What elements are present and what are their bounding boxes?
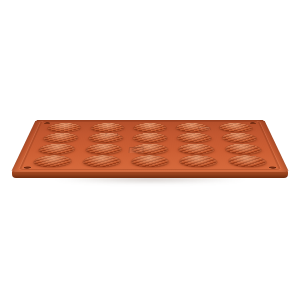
cavity-bump [131, 155, 168, 166]
cavity-bump [85, 144, 122, 154]
embossed-mark [128, 147, 143, 153]
cavity-bump [134, 123, 167, 132]
cavity-grid [11, 120, 289, 172]
embossed-mark [105, 133, 118, 137]
cavity-bump [218, 123, 253, 132]
cavity-bump [47, 123, 82, 132]
corner-hole [269, 167, 277, 169]
cavity-bump [224, 144, 263, 154]
cavity-bump [133, 133, 167, 143]
cavity-bump [82, 155, 121, 166]
product-photo-stage: Terracotta-orange silicone madeleine bak… [0, 0, 300, 300]
cavity-bump [32, 155, 73, 166]
cavity-bump [177, 133, 212, 143]
cavity-bump [221, 133, 258, 143]
cavity-bump [227, 155, 268, 166]
mold-description: Terracotta-orange silicone madeleine bak… [0, 0, 1, 1]
cavity-bump [42, 133, 79, 143]
corner-hole [250, 122, 256, 124]
silicone-madeleine-mold [11, 114, 289, 180]
mold-top-surface [11, 120, 289, 172]
cavity-bump [90, 123, 124, 132]
cavity-bump [178, 144, 215, 154]
cavity-bump [180, 155, 219, 166]
embossed-mark [198, 127, 211, 130]
cavity-bump [37, 144, 76, 154]
